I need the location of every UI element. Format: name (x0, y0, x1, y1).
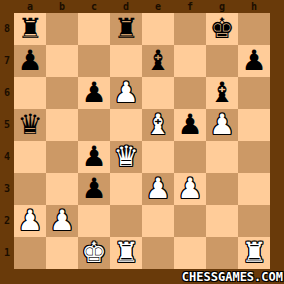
square-b2[interactable]: ♟ (46, 205, 78, 237)
square-e4[interactable] (142, 141, 174, 173)
rank-label-4: 4 (0, 141, 14, 173)
rank-label-5: 5 (0, 109, 14, 141)
white-rook: ♜ (110, 237, 142, 269)
square-b4[interactable] (46, 141, 78, 173)
square-b3[interactable] (46, 173, 78, 205)
square-e3[interactable]: ♟ (142, 173, 174, 205)
black-rook: ♜ (14, 13, 46, 45)
square-c3[interactable]: ♟ (78, 173, 110, 205)
square-a3[interactable] (14, 173, 46, 205)
rank-labels: 87654321 (0, 13, 14, 269)
chess-board: ♜♜♚♟♝♟♟♟♝♛♝♟♟♟♛♟♟♟♟♟♚♜♜ (14, 13, 270, 269)
square-d2[interactable] (110, 205, 142, 237)
square-d3[interactable] (110, 173, 142, 205)
square-h7[interactable]: ♟ (238, 45, 270, 77)
white-king: ♚ (78, 237, 110, 269)
square-g4[interactable] (206, 141, 238, 173)
square-d4[interactable]: ♛ (110, 141, 142, 173)
square-b5[interactable] (46, 109, 78, 141)
black-pawn: ♟ (78, 141, 110, 173)
square-h2[interactable] (238, 205, 270, 237)
square-e1[interactable] (142, 237, 174, 269)
white-bishop: ♝ (142, 109, 174, 141)
square-a4[interactable] (14, 141, 46, 173)
square-c4[interactable]: ♟ (78, 141, 110, 173)
square-e8[interactable] (142, 13, 174, 45)
square-c5[interactable] (78, 109, 110, 141)
black-queen: ♛ (14, 109, 46, 141)
black-king: ♚ (206, 13, 238, 45)
square-c8[interactable] (78, 13, 110, 45)
square-f5[interactable]: ♟ (174, 109, 206, 141)
square-b1[interactable] (46, 237, 78, 269)
square-g7[interactable] (206, 45, 238, 77)
square-a6[interactable] (14, 77, 46, 109)
square-g3[interactable] (206, 173, 238, 205)
square-d6[interactable]: ♟ (110, 77, 142, 109)
square-c6[interactable]: ♟ (78, 77, 110, 109)
file-label-b: b (46, 0, 78, 13)
square-c1[interactable]: ♚ (78, 237, 110, 269)
square-e5[interactable]: ♝ (142, 109, 174, 141)
board-frame: abcdefgh 87654321 ♜♜♚♟♝♟♟♟♝♛♝♟♟♟♛♟♟♟♟♟♚♜… (0, 0, 284, 284)
square-d5[interactable] (110, 109, 142, 141)
white-pawn: ♟ (14, 205, 46, 237)
square-g8[interactable]: ♚ (206, 13, 238, 45)
square-h5[interactable] (238, 109, 270, 141)
black-pawn: ♟ (78, 173, 110, 205)
square-c7[interactable] (78, 45, 110, 77)
black-pawn: ♟ (174, 109, 206, 141)
square-a5[interactable]: ♛ (14, 109, 46, 141)
rank-label-8: 8 (0, 13, 14, 45)
square-h6[interactable] (238, 77, 270, 109)
rank-label-3: 3 (0, 173, 14, 205)
square-d7[interactable] (110, 45, 142, 77)
white-pawn: ♟ (206, 109, 238, 141)
black-bishop: ♝ (206, 77, 238, 109)
square-b7[interactable] (46, 45, 78, 77)
square-c2[interactable] (78, 205, 110, 237)
square-g6[interactable]: ♝ (206, 77, 238, 109)
file-label-e: e (142, 0, 174, 13)
square-a2[interactable]: ♟ (14, 205, 46, 237)
rank-label-6: 6 (0, 77, 14, 109)
square-f4[interactable] (174, 141, 206, 173)
square-h3[interactable] (238, 173, 270, 205)
watermark: CHESSGAMES.COM (182, 270, 283, 284)
square-e7[interactable]: ♝ (142, 45, 174, 77)
square-a8[interactable]: ♜ (14, 13, 46, 45)
square-f3[interactable]: ♟ (174, 173, 206, 205)
square-f7[interactable] (174, 45, 206, 77)
square-b8[interactable] (46, 13, 78, 45)
square-e6[interactable] (142, 77, 174, 109)
square-g1[interactable] (206, 237, 238, 269)
square-d1[interactable]: ♜ (110, 237, 142, 269)
white-rook: ♜ (238, 237, 270, 269)
square-a1[interactable] (14, 237, 46, 269)
square-f8[interactable] (174, 13, 206, 45)
square-f2[interactable] (174, 205, 206, 237)
white-pawn: ♟ (174, 173, 206, 205)
square-h1[interactable]: ♜ (238, 237, 270, 269)
square-d8[interactable]: ♜ (110, 13, 142, 45)
square-h4[interactable] (238, 141, 270, 173)
white-pawn: ♟ (142, 173, 174, 205)
square-f6[interactable] (174, 77, 206, 109)
rank-label-1: 1 (0, 237, 14, 269)
square-a7[interactable]: ♟ (14, 45, 46, 77)
square-b6[interactable] (46, 77, 78, 109)
square-h8[interactable] (238, 13, 270, 45)
file-label-f: f (174, 0, 206, 13)
square-f1[interactable] (174, 237, 206, 269)
white-pawn: ♟ (110, 77, 142, 109)
file-label-c: c (78, 0, 110, 13)
black-rook: ♜ (110, 13, 142, 45)
square-g2[interactable] (206, 205, 238, 237)
black-bishop: ♝ (142, 45, 174, 77)
black-pawn: ♟ (78, 77, 110, 109)
file-label-h: h (238, 0, 270, 13)
rank-label-2: 2 (0, 205, 14, 237)
square-g5[interactable]: ♟ (206, 109, 238, 141)
black-pawn: ♟ (14, 45, 46, 77)
rank-label-7: 7 (0, 45, 14, 77)
black-pawn: ♟ (238, 45, 270, 77)
square-e2[interactable] (142, 205, 174, 237)
white-queen: ♛ (110, 141, 142, 173)
white-pawn: ♟ (46, 205, 78, 237)
